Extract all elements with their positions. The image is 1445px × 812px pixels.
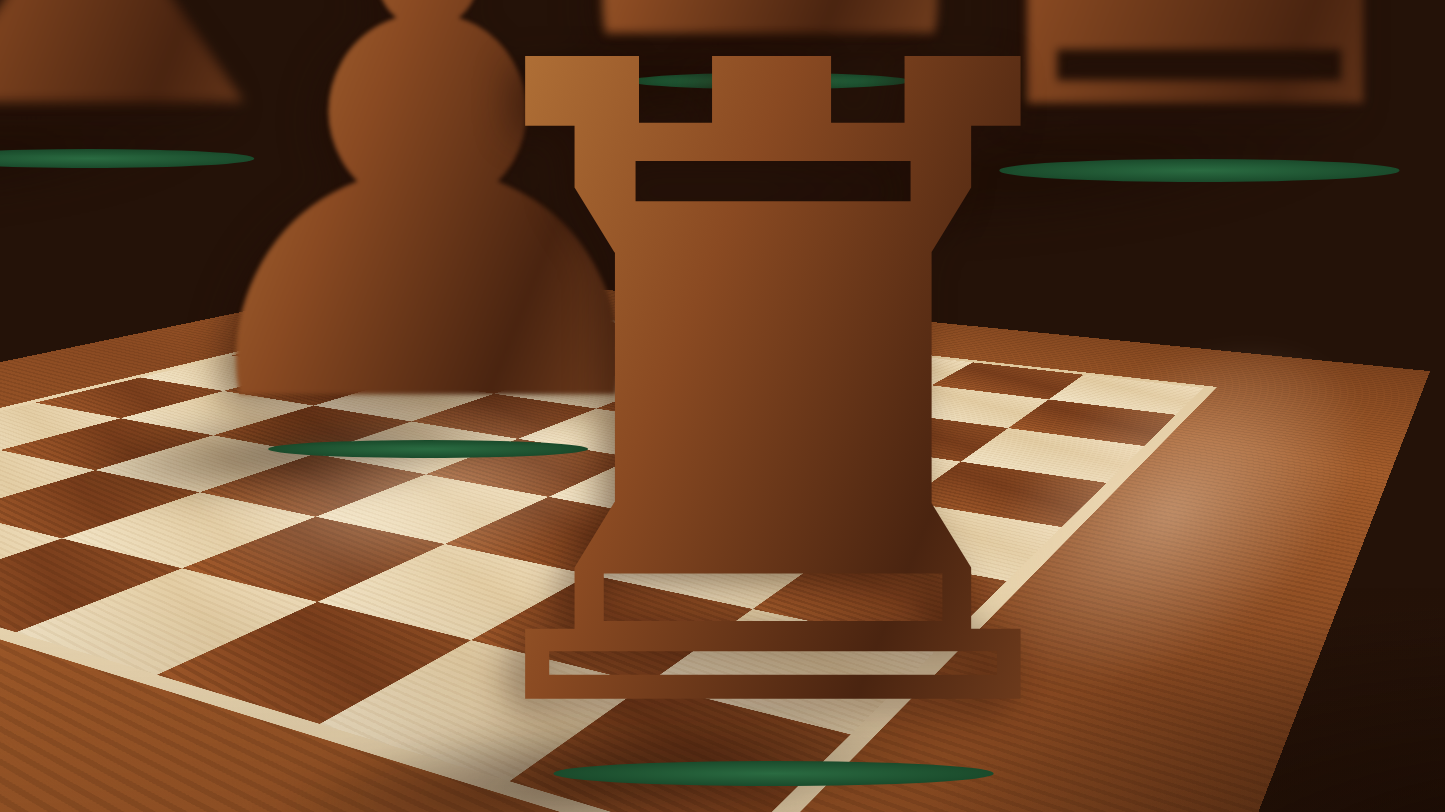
rook-glyph: ♜ (379, 0, 1168, 812)
piece-rook-a1[interactable]: ♜ (379, 0, 1168, 812)
chess-photo-stage: ♝♟♛♟♜ (0, 0, 1445, 812)
pieces-layer: ♝♟♛♟♜ (0, 0, 1445, 812)
